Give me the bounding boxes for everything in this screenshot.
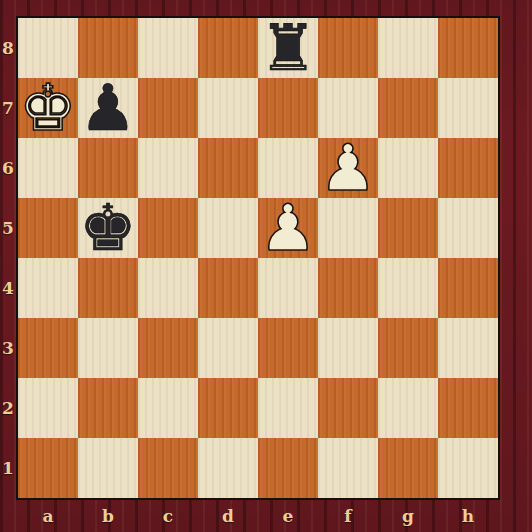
square-f5[interactable] <box>318 198 378 258</box>
square-c1[interactable] <box>138 438 198 498</box>
square-g3[interactable] <box>378 318 438 378</box>
square-b2[interactable] <box>78 378 138 438</box>
file-label-e: e <box>258 500 318 532</box>
square-h6[interactable] <box>438 138 498 198</box>
square-d4[interactable] <box>198 258 258 318</box>
rank-label-7: 7 <box>0 78 16 138</box>
square-d8[interactable] <box>198 18 258 78</box>
rank-label-2: 2 <box>0 378 16 438</box>
square-e3[interactable] <box>258 318 318 378</box>
square-h1[interactable] <box>438 438 498 498</box>
square-c3[interactable] <box>138 318 198 378</box>
square-e5[interactable]: ♟ <box>258 198 318 258</box>
file-label-g: g <box>378 500 438 532</box>
square-d7[interactable] <box>198 78 258 138</box>
square-c4[interactable] <box>138 258 198 318</box>
file-label-f: f <box>318 500 378 532</box>
square-e1[interactable] <box>258 438 318 498</box>
rank-label-4: 4 <box>0 258 16 318</box>
file-label-c: c <box>138 500 198 532</box>
square-f6[interactable]: ♟ <box>318 138 378 198</box>
square-a6[interactable] <box>18 138 78 198</box>
rank-label-3: 3 <box>0 318 16 378</box>
square-h2[interactable] <box>438 378 498 438</box>
square-d5[interactable] <box>198 198 258 258</box>
square-b4[interactable] <box>78 258 138 318</box>
square-f7[interactable] <box>318 78 378 138</box>
square-a2[interactable] <box>18 378 78 438</box>
rank-label-1: 1 <box>0 438 16 498</box>
black-pawn[interactable]: ♟ <box>79 78 136 138</box>
square-c2[interactable] <box>138 378 198 438</box>
square-b5[interactable]: ♚ <box>78 198 138 258</box>
square-c5[interactable] <box>138 198 198 258</box>
square-h7[interactable] <box>438 78 498 138</box>
rank-labels: 87654321 <box>0 18 16 498</box>
square-e2[interactable] <box>258 378 318 438</box>
square-d3[interactable] <box>198 318 258 378</box>
square-b8[interactable] <box>78 18 138 78</box>
square-h5[interactable] <box>438 198 498 258</box>
file-label-h: h <box>438 500 498 532</box>
white-king[interactable]: ♚ <box>19 78 76 138</box>
square-f3[interactable] <box>318 318 378 378</box>
square-h3[interactable] <box>438 318 498 378</box>
square-f4[interactable] <box>318 258 378 318</box>
rank-label-5: 5 <box>0 198 16 258</box>
square-h8[interactable] <box>438 18 498 78</box>
white-pawn[interactable]: ♟ <box>259 198 316 258</box>
square-f1[interactable] <box>318 438 378 498</box>
square-g6[interactable] <box>378 138 438 198</box>
black-rook[interactable]: ♜ <box>259 18 316 78</box>
chess-board-frame: 87654321 abcdefgh ♜♚♟♟♚♟ <box>0 0 532 532</box>
rank-label-8: 8 <box>0 18 16 78</box>
square-d2[interactable] <box>198 378 258 438</box>
square-e4[interactable] <box>258 258 318 318</box>
square-b1[interactable] <box>78 438 138 498</box>
square-a4[interactable] <box>18 258 78 318</box>
white-pawn[interactable]: ♟ <box>319 138 376 198</box>
square-e6[interactable] <box>258 138 318 198</box>
square-g5[interactable] <box>378 198 438 258</box>
square-g7[interactable] <box>378 78 438 138</box>
square-a3[interactable] <box>18 318 78 378</box>
square-a8[interactable] <box>18 18 78 78</box>
square-e8[interactable]: ♜ <box>258 18 318 78</box>
file-labels: abcdefgh <box>18 500 498 532</box>
rank-label-6: 6 <box>0 138 16 198</box>
file-label-d: d <box>198 500 258 532</box>
square-d6[interactable] <box>198 138 258 198</box>
square-a7[interactable]: ♚ <box>18 78 78 138</box>
square-e7[interactable] <box>258 78 318 138</box>
square-c6[interactable] <box>138 138 198 198</box>
square-b3[interactable] <box>78 318 138 378</box>
square-g1[interactable] <box>378 438 438 498</box>
chess-board[interactable]: ♜♚♟♟♚♟ <box>16 16 500 500</box>
file-label-b: b <box>78 500 138 532</box>
square-c8[interactable] <box>138 18 198 78</box>
square-a1[interactable] <box>18 438 78 498</box>
black-king[interactable]: ♚ <box>79 198 136 258</box>
square-g8[interactable] <box>378 18 438 78</box>
square-d1[interactable] <box>198 438 258 498</box>
square-b7[interactable]: ♟ <box>78 78 138 138</box>
file-label-a: a <box>18 500 78 532</box>
square-b6[interactable] <box>78 138 138 198</box>
square-c7[interactable] <box>138 78 198 138</box>
square-h4[interactable] <box>438 258 498 318</box>
square-f2[interactable] <box>318 378 378 438</box>
square-g2[interactable] <box>378 378 438 438</box>
square-g4[interactable] <box>378 258 438 318</box>
square-f8[interactable] <box>318 18 378 78</box>
square-a5[interactable] <box>18 198 78 258</box>
